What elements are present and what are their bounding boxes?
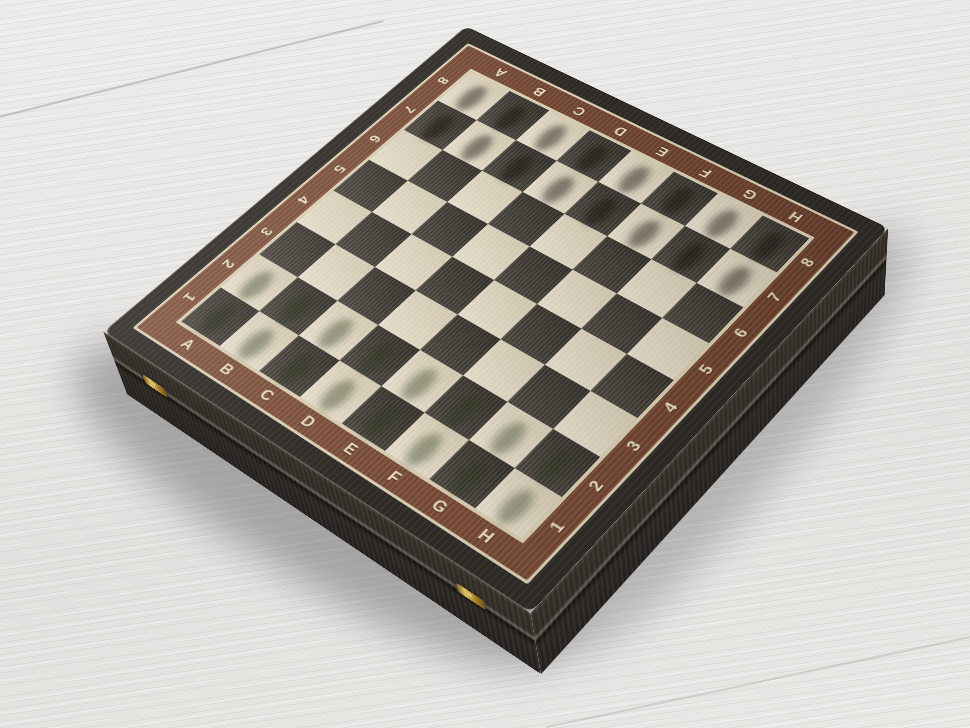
square-f5[interactable] xyxy=(537,270,617,329)
brass-latch xyxy=(456,582,486,610)
rank-label-bottom-4: 4 xyxy=(641,382,701,434)
table-background: 11AA22BB33CC44DD55EE66FF77GG88HH ♜♞♝♛♚♝♞… xyxy=(0,0,970,728)
rank-label-bottom-6: 6 xyxy=(712,309,770,358)
white-rook-glyph: ♜ xyxy=(482,410,553,503)
rank-label-bottom-5: 5 xyxy=(677,345,736,395)
square-h5[interactable] xyxy=(627,318,709,380)
brass-latch xyxy=(142,374,168,399)
rank-label-bottom-3: 3 xyxy=(604,420,665,473)
square-h4[interactable] xyxy=(590,354,673,418)
square-g5[interactable] xyxy=(581,293,662,354)
black-pawn-glyph: ♟ xyxy=(709,205,763,276)
